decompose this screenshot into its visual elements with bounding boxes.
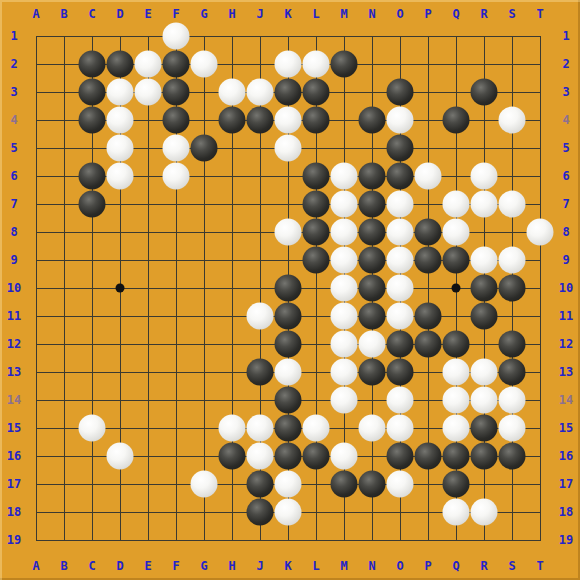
row-label-left: 16: [7, 449, 21, 463]
row-label-right: 6: [562, 169, 569, 183]
white-stone: [387, 219, 414, 246]
column-label-bottom: S: [508, 559, 515, 573]
row-label-right: 4: [562, 113, 569, 127]
row-label-left: 9: [10, 253, 17, 267]
white-stone: [219, 79, 246, 106]
black-stone: [303, 79, 330, 106]
black-stone: [275, 443, 302, 470]
row-label-left: 4: [10, 113, 17, 127]
row-label-left: 13: [7, 365, 21, 379]
white-stone: [275, 359, 302, 386]
row-label-right: 10: [559, 281, 573, 295]
black-stone: [415, 303, 442, 330]
black-stone: [163, 107, 190, 134]
black-stone: [191, 135, 218, 162]
black-stone: [107, 51, 134, 78]
row-label-left: 15: [7, 421, 21, 435]
row-label-right: 2: [562, 57, 569, 71]
white-stone: [247, 443, 274, 470]
black-stone: [471, 443, 498, 470]
column-label-top: G: [200, 7, 207, 21]
column-label-bottom: H: [228, 559, 235, 573]
white-stone: [331, 359, 358, 386]
white-stone: [443, 359, 470, 386]
column-label-bottom: C: [88, 559, 95, 573]
row-label-left: 3: [10, 85, 17, 99]
black-stone: [303, 107, 330, 134]
black-stone: [79, 107, 106, 134]
row-label-right: 13: [559, 365, 573, 379]
black-stone: [247, 107, 274, 134]
black-stone: [303, 443, 330, 470]
black-stone: [163, 51, 190, 78]
column-label-bottom: P: [424, 559, 431, 573]
white-stone: [387, 415, 414, 442]
black-stone: [387, 359, 414, 386]
row-label-left: 12: [7, 337, 21, 351]
black-stone: [443, 107, 470, 134]
black-stone: [247, 471, 274, 498]
column-label-bottom: D: [116, 559, 123, 573]
row-label-left: 7: [10, 197, 17, 211]
white-stone: [387, 247, 414, 274]
column-label-top: K: [284, 7, 291, 21]
black-stone: [247, 499, 274, 526]
column-label-bottom: B: [60, 559, 67, 573]
go-board[interactable]: AABBCCDDEEFFGGHHJJKKLLMMNNOOPPQQRRSSTT11…: [0, 0, 580, 580]
white-stone: [471, 191, 498, 218]
white-stone: [471, 359, 498, 386]
white-stone: [107, 107, 134, 134]
black-stone: [275, 387, 302, 414]
white-stone: [303, 415, 330, 442]
row-label-right: 12: [559, 337, 573, 351]
column-label-top: J: [256, 7, 263, 21]
black-stone: [303, 247, 330, 274]
hoshi-point: [116, 284, 125, 293]
black-stone: [247, 359, 274, 386]
black-stone: [415, 219, 442, 246]
column-label-bottom: A: [32, 559, 39, 573]
white-stone: [107, 163, 134, 190]
black-stone: [331, 471, 358, 498]
white-stone: [79, 415, 106, 442]
black-stone: [303, 219, 330, 246]
column-label-bottom: R: [480, 559, 487, 573]
row-label-left: 5: [10, 141, 17, 155]
column-label-bottom: M: [340, 559, 347, 573]
white-stone: [387, 107, 414, 134]
row-label-right: 18: [559, 505, 573, 519]
white-stone: [107, 135, 134, 162]
white-stone: [191, 471, 218, 498]
black-stone: [359, 191, 386, 218]
column-label-top: B: [60, 7, 67, 21]
white-stone: [331, 219, 358, 246]
white-stone: [135, 79, 162, 106]
white-stone: [247, 415, 274, 442]
white-stone: [387, 387, 414, 414]
column-label-top: R: [480, 7, 487, 21]
white-stone: [247, 79, 274, 106]
black-stone: [471, 415, 498, 442]
white-stone: [443, 499, 470, 526]
hoshi-point: [452, 284, 461, 293]
white-stone: [359, 331, 386, 358]
white-stone: [499, 415, 526, 442]
black-stone: [219, 107, 246, 134]
white-stone: [471, 247, 498, 274]
column-label-top: P: [424, 7, 431, 21]
row-label-left: 2: [10, 57, 17, 71]
white-stone: [135, 51, 162, 78]
white-stone: [331, 331, 358, 358]
column-label-top: M: [340, 7, 347, 21]
white-stone: [163, 23, 190, 50]
black-stone: [79, 191, 106, 218]
white-stone: [275, 499, 302, 526]
white-stone: [191, 51, 218, 78]
white-stone: [471, 163, 498, 190]
row-label-right: 8: [562, 225, 569, 239]
white-stone: [303, 51, 330, 78]
black-stone: [471, 79, 498, 106]
column-label-bottom: O: [396, 559, 403, 573]
black-stone: [219, 443, 246, 470]
white-stone: [331, 275, 358, 302]
black-stone: [415, 443, 442, 470]
row-label-right: 19: [559, 533, 573, 547]
column-label-bottom: G: [200, 559, 207, 573]
black-stone: [303, 163, 330, 190]
white-stone: [331, 191, 358, 218]
row-label-right: 17: [559, 477, 573, 491]
white-stone: [275, 135, 302, 162]
grid-horizontal-line: [36, 540, 541, 541]
column-label-top: O: [396, 7, 403, 21]
column-label-bottom: N: [368, 559, 375, 573]
column-label-top: L: [312, 7, 319, 21]
black-stone: [499, 443, 526, 470]
row-label-left: 1: [10, 29, 17, 43]
white-stone: [275, 51, 302, 78]
white-stone: [471, 499, 498, 526]
black-stone: [359, 219, 386, 246]
column-label-top: D: [116, 7, 123, 21]
column-label-top: C: [88, 7, 95, 21]
row-label-left: 17: [7, 477, 21, 491]
grid-vertical-line: [540, 36, 541, 541]
black-stone: [275, 415, 302, 442]
black-stone: [387, 331, 414, 358]
white-stone: [443, 415, 470, 442]
black-stone: [359, 163, 386, 190]
row-label-right: 3: [562, 85, 569, 99]
column-label-top: A: [32, 7, 39, 21]
row-label-left: 19: [7, 533, 21, 547]
white-stone: [247, 303, 274, 330]
black-stone: [415, 247, 442, 274]
black-stone: [79, 51, 106, 78]
black-stone: [275, 331, 302, 358]
white-stone: [107, 79, 134, 106]
column-label-top: N: [368, 7, 375, 21]
white-stone: [471, 387, 498, 414]
black-stone: [471, 303, 498, 330]
row-label-left: 14: [7, 393, 21, 407]
black-stone: [387, 163, 414, 190]
row-label-right: 15: [559, 421, 573, 435]
row-label-right: 7: [562, 197, 569, 211]
row-label-left: 8: [10, 225, 17, 239]
black-stone: [359, 107, 386, 134]
white-stone: [331, 303, 358, 330]
column-label-bottom: K: [284, 559, 291, 573]
white-stone: [527, 219, 554, 246]
black-stone: [443, 471, 470, 498]
white-stone: [443, 219, 470, 246]
white-stone: [163, 163, 190, 190]
row-label-right: 9: [562, 253, 569, 267]
row-label-left: 10: [7, 281, 21, 295]
black-stone: [79, 163, 106, 190]
column-label-bottom: T: [536, 559, 543, 573]
white-stone: [275, 219, 302, 246]
column-label-bottom: L: [312, 559, 319, 573]
column-label-top: S: [508, 7, 515, 21]
black-stone: [443, 247, 470, 274]
row-label-right: 14: [559, 393, 573, 407]
black-stone: [387, 135, 414, 162]
white-stone: [443, 191, 470, 218]
black-stone: [499, 331, 526, 358]
black-stone: [443, 331, 470, 358]
black-stone: [275, 275, 302, 302]
white-stone: [107, 443, 134, 470]
black-stone: [359, 247, 386, 274]
white-stone: [331, 443, 358, 470]
white-stone: [499, 191, 526, 218]
black-stone: [359, 303, 386, 330]
white-stone: [275, 107, 302, 134]
black-stone: [499, 275, 526, 302]
white-stone: [275, 471, 302, 498]
black-stone: [79, 79, 106, 106]
column-label-top: F: [172, 7, 179, 21]
white-stone: [499, 107, 526, 134]
black-stone: [275, 303, 302, 330]
white-stone: [387, 471, 414, 498]
column-label-top: T: [536, 7, 543, 21]
black-stone: [275, 79, 302, 106]
black-stone: [387, 443, 414, 470]
white-stone: [359, 415, 386, 442]
black-stone: [499, 359, 526, 386]
black-stone: [359, 359, 386, 386]
row-label-right: 16: [559, 449, 573, 463]
white-stone: [331, 163, 358, 190]
black-stone: [471, 275, 498, 302]
white-stone: [387, 303, 414, 330]
white-stone: [331, 247, 358, 274]
black-stone: [163, 79, 190, 106]
row-label-left: 18: [7, 505, 21, 519]
white-stone: [163, 135, 190, 162]
column-label-top: E: [144, 7, 151, 21]
black-stone: [415, 331, 442, 358]
white-stone: [499, 387, 526, 414]
white-stone: [331, 387, 358, 414]
black-stone: [303, 191, 330, 218]
black-stone: [359, 471, 386, 498]
black-stone: [443, 443, 470, 470]
black-stone: [387, 79, 414, 106]
white-stone: [499, 247, 526, 274]
column-label-bottom: F: [172, 559, 179, 573]
row-label-left: 11: [7, 309, 21, 323]
row-label-right: 1: [562, 29, 569, 43]
white-stone: [443, 387, 470, 414]
column-label-bottom: J: [256, 559, 263, 573]
row-label-right: 5: [562, 141, 569, 155]
row-label-right: 11: [559, 309, 573, 323]
column-label-top: Q: [452, 7, 459, 21]
black-stone: [359, 275, 386, 302]
black-stone: [331, 51, 358, 78]
row-label-left: 6: [10, 169, 17, 183]
column-label-bottom: E: [144, 559, 151, 573]
white-stone: [387, 275, 414, 302]
column-label-bottom: Q: [452, 559, 459, 573]
white-stone: [219, 415, 246, 442]
white-stone: [387, 191, 414, 218]
white-stone: [415, 163, 442, 190]
column-label-top: H: [228, 7, 235, 21]
